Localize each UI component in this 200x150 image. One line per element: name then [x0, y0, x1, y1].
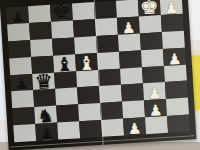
square-f8[interactable]	[116, 0, 139, 18]
square-d7[interactable]	[73, 19, 96, 37]
chess-board: ♟♚♚♟♟♝♝♟♟♛♟♞♟♟♟	[0, 0, 196, 150]
square-a7[interactable]	[7, 23, 30, 41]
photo-scene: ♟♚♚♟♟♝♝♟♟♛♟♞♟♟♟	[0, 0, 200, 150]
square-c4[interactable]	[54, 71, 77, 89]
square-d4[interactable]	[76, 69, 99, 87]
square-h7[interactable]	[161, 14, 184, 32]
square-a3[interactable]	[11, 90, 34, 108]
square-d3[interactable]	[77, 86, 100, 104]
square-e3[interactable]	[99, 85, 122, 103]
black-pawn-b1[interactable]: ♟	[35, 127, 58, 143]
square-f3[interactable]	[121, 84, 144, 102]
square-f7[interactable]: ♟	[117, 16, 140, 34]
square-a4[interactable]: ♟	[10, 74, 33, 92]
square-h2[interactable]	[166, 98, 189, 116]
square-g6[interactable]	[140, 32, 163, 50]
square-g1[interactable]	[145, 116, 168, 134]
square-h3[interactable]	[165, 81, 188, 99]
square-c8[interactable]: ♚	[50, 3, 73, 21]
square-g4[interactable]	[142, 65, 165, 83]
square-a5[interactable]	[9, 57, 32, 75]
square-g3[interactable]: ♟	[143, 82, 166, 100]
square-h6[interactable]	[162, 30, 185, 48]
square-h1[interactable]	[167, 115, 190, 133]
square-e5[interactable]	[97, 51, 120, 69]
square-e4[interactable]	[98, 68, 121, 86]
square-f5[interactable]	[119, 50, 142, 68]
square-a8[interactable]: ♟	[6, 6, 29, 24]
square-b3[interactable]	[33, 89, 56, 107]
square-d2[interactable]	[78, 103, 101, 121]
square-a1[interactable]	[13, 124, 36, 142]
square-e8[interactable]	[94, 1, 117, 19]
square-e1[interactable]	[101, 119, 124, 137]
square-e7[interactable]	[95, 18, 118, 36]
square-h5[interactable]: ♟	[163, 47, 186, 65]
square-d6[interactable]	[74, 36, 97, 54]
square-d5[interactable]: ♝	[75, 53, 98, 71]
square-c2[interactable]	[56, 105, 79, 123]
square-a6[interactable]	[8, 40, 31, 58]
square-d1[interactable]	[79, 120, 102, 138]
square-b7[interactable]	[29, 22, 52, 40]
square-e6[interactable]	[96, 34, 119, 52]
square-a2[interactable]	[12, 107, 35, 125]
square-c1[interactable]	[57, 121, 80, 139]
square-f2[interactable]	[122, 100, 145, 118]
square-b6[interactable]	[30, 38, 53, 56]
square-b8[interactable]	[28, 5, 51, 23]
square-c5[interactable]: ♝	[53, 54, 76, 72]
square-h4[interactable]	[164, 64, 187, 82]
square-f1[interactable]: ♟	[123, 117, 146, 135]
square-c7[interactable]	[51, 20, 74, 38]
white-pawn-f1[interactable]: ♟	[123, 121, 146, 137]
square-c6[interactable]	[52, 37, 75, 55]
square-f6[interactable]	[118, 33, 141, 51]
square-b5[interactable]	[31, 55, 54, 73]
square-f4[interactable]	[120, 67, 143, 85]
square-g5[interactable]	[141, 49, 164, 67]
square-d8[interactable]	[72, 2, 95, 20]
square-b4[interactable]: ♛	[32, 72, 55, 90]
square-c3[interactable]	[55, 88, 78, 106]
square-b2[interactable]: ♞	[34, 106, 57, 124]
square-g7[interactable]	[139, 15, 162, 33]
square-h8[interactable]: ♟	[160, 0, 183, 15]
square-g8[interactable]: ♚	[138, 0, 161, 16]
square-e2[interactable]	[100, 102, 123, 120]
square-g2[interactable]: ♟	[144, 99, 167, 117]
square-b1[interactable]: ♟	[35, 123, 58, 141]
board-grid: ♟♚♚♟♟♝♝♟♟♛♟♞♟♟♟	[6, 0, 190, 142]
